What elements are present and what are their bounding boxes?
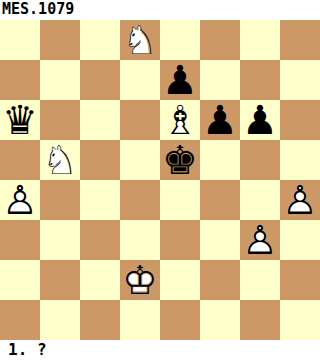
square-g6[interactable]: ♟	[240, 100, 280, 140]
square-f1[interactable]	[200, 300, 240, 340]
square-a1[interactable]	[0, 300, 40, 340]
square-d8[interactable]: ♞♘	[120, 20, 160, 60]
square-a5[interactable]	[0, 140, 40, 180]
square-a4[interactable]: ♟♙	[0, 180, 40, 220]
square-c3[interactable]	[80, 220, 120, 260]
square-g4[interactable]	[240, 180, 280, 220]
square-b8[interactable]	[40, 20, 80, 60]
square-h8[interactable]	[280, 20, 320, 60]
square-d6[interactable]	[120, 100, 160, 140]
square-h4[interactable]: ♟♙	[280, 180, 320, 220]
square-h1[interactable]	[280, 300, 320, 340]
white-pawn-icon: ♙	[240, 220, 280, 260]
square-a8[interactable]	[0, 20, 40, 60]
square-c7[interactable]	[80, 60, 120, 100]
square-e8[interactable]	[160, 20, 200, 60]
white-knight-icon: ♘	[120, 20, 160, 60]
white-bishop-icon: ♗	[160, 100, 200, 140]
white-pawn-icon: ♙	[0, 180, 40, 220]
square-c6[interactable]	[80, 100, 120, 140]
white-king-icon: ♔	[120, 260, 160, 300]
square-f5[interactable]	[200, 140, 240, 180]
square-e3[interactable]	[160, 220, 200, 260]
white-knight[interactable]: ♞♘	[120, 20, 160, 60]
square-g8[interactable]	[240, 20, 280, 60]
chess-board: ♞♘♟♛♝♗♟♟♞♘♚♟♙♟♙♟♙♚♔	[0, 20, 320, 340]
square-c8[interactable]	[80, 20, 120, 60]
square-c4[interactable]	[80, 180, 120, 220]
square-d3[interactable]	[120, 220, 160, 260]
black-pawn[interactable]: ♟	[240, 100, 280, 140]
square-d2[interactable]: ♚♔	[120, 260, 160, 300]
square-b3[interactable]	[40, 220, 80, 260]
square-c1[interactable]	[80, 300, 120, 340]
square-c2[interactable]	[80, 260, 120, 300]
square-h6[interactable]	[280, 100, 320, 140]
white-pawn-icon: ♙	[280, 180, 320, 220]
square-h3[interactable]	[280, 220, 320, 260]
square-b2[interactable]	[40, 260, 80, 300]
square-f2[interactable]	[200, 260, 240, 300]
square-f3[interactable]	[200, 220, 240, 260]
square-g2[interactable]	[240, 260, 280, 300]
white-knight[interactable]: ♞♘	[40, 140, 80, 180]
chess-puzzle-page: MES.1079 ♞♘♟♛♝♗♟♟♞♘♚♟♙♟♙♟♙♚♔ 1. ?	[0, 0, 320, 360]
square-h5[interactable]	[280, 140, 320, 180]
square-e1[interactable]	[160, 300, 200, 340]
square-d4[interactable]	[120, 180, 160, 220]
square-g5[interactable]	[240, 140, 280, 180]
square-b7[interactable]	[40, 60, 80, 100]
puzzle-title: MES.1079	[0, 0, 320, 20]
square-e5[interactable]: ♚	[160, 140, 200, 180]
square-c5[interactable]	[80, 140, 120, 180]
square-b5[interactable]: ♞♘	[40, 140, 80, 180]
square-g7[interactable]	[240, 60, 280, 100]
square-h2[interactable]	[280, 260, 320, 300]
square-b1[interactable]	[40, 300, 80, 340]
white-bishop[interactable]: ♝♗	[160, 100, 200, 140]
square-b6[interactable]	[40, 100, 80, 140]
square-d7[interactable]	[120, 60, 160, 100]
square-b4[interactable]	[40, 180, 80, 220]
square-a3[interactable]	[0, 220, 40, 260]
square-a7[interactable]	[0, 60, 40, 100]
white-pawn[interactable]: ♟♙	[240, 220, 280, 260]
white-king[interactable]: ♚♔	[120, 260, 160, 300]
white-pawn[interactable]: ♟♙	[280, 180, 320, 220]
move-prompt: 1. ?	[0, 340, 320, 360]
square-h7[interactable]	[280, 60, 320, 100]
square-g1[interactable]	[240, 300, 280, 340]
square-f6[interactable]: ♟	[200, 100, 240, 140]
square-d5[interactable]	[120, 140, 160, 180]
square-a2[interactable]	[0, 260, 40, 300]
square-d1[interactable]	[120, 300, 160, 340]
black-queen[interactable]: ♛	[0, 100, 40, 140]
square-f7[interactable]	[200, 60, 240, 100]
square-e2[interactable]	[160, 260, 200, 300]
square-g3[interactable]: ♟♙	[240, 220, 280, 260]
square-e6[interactable]: ♝♗	[160, 100, 200, 140]
black-pawn[interactable]: ♟	[200, 100, 240, 140]
square-a6[interactable]: ♛	[0, 100, 40, 140]
black-king[interactable]: ♚	[160, 140, 200, 180]
square-e4[interactable]	[160, 180, 200, 220]
square-e7[interactable]: ♟	[160, 60, 200, 100]
white-knight-icon: ♘	[40, 140, 80, 180]
white-pawn[interactable]: ♟♙	[0, 180, 40, 220]
square-f4[interactable]	[200, 180, 240, 220]
black-pawn[interactable]: ♟	[160, 60, 200, 100]
square-f8[interactable]	[200, 20, 240, 60]
